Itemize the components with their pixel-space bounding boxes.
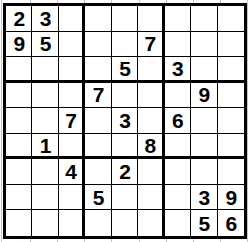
cell-r3c6[interactable] bbox=[138, 57, 164, 83]
sudoku-board: 239575379736184253956 bbox=[3, 3, 247, 239]
cell-r7c5[interactable]: 2 bbox=[112, 159, 138, 185]
cell-r4c1[interactable] bbox=[6, 83, 32, 109]
cell-r2c8[interactable] bbox=[191, 32, 217, 58]
cell-r7c3[interactable]: 4 bbox=[59, 159, 85, 185]
cell-r8c1[interactable] bbox=[6, 185, 32, 211]
cell-r1c7[interactable] bbox=[165, 6, 191, 32]
cell-r4c9[interactable] bbox=[218, 83, 244, 109]
cell-r7c2[interactable] bbox=[32, 159, 58, 185]
cell-r6c2[interactable]: 1 bbox=[32, 134, 58, 160]
cell-r6c1[interactable] bbox=[6, 134, 32, 160]
cell-r6c6[interactable]: 8 bbox=[138, 134, 164, 160]
cell-r8c8[interactable]: 3 bbox=[191, 185, 217, 211]
cell-r9c1[interactable] bbox=[6, 210, 32, 236]
sudoku-screenshot: 239575379736184253956 bbox=[0, 0, 250, 242]
cell-r8c2[interactable] bbox=[32, 185, 58, 211]
cell-r6c3[interactable] bbox=[59, 134, 85, 160]
cell-r2c7[interactable] bbox=[165, 32, 191, 58]
cell-r2c2[interactable]: 5 bbox=[32, 32, 58, 58]
cell-r3c5[interactable]: 5 bbox=[112, 57, 138, 83]
cell-r9c2[interactable] bbox=[32, 210, 58, 236]
cell-r4c5[interactable] bbox=[112, 83, 138, 109]
cell-r3c4[interactable] bbox=[85, 57, 111, 83]
cell-r3c3[interactable] bbox=[59, 57, 85, 83]
cell-r9c6[interactable] bbox=[138, 210, 164, 236]
cell-r7c6[interactable] bbox=[138, 159, 164, 185]
cell-r4c4[interactable]: 7 bbox=[85, 83, 111, 109]
cell-r3c2[interactable] bbox=[32, 57, 58, 83]
cell-r9c3[interactable] bbox=[59, 210, 85, 236]
cell-r5c5[interactable]: 3 bbox=[112, 108, 138, 134]
cell-r7c4[interactable] bbox=[85, 159, 111, 185]
cell-r2c6[interactable]: 7 bbox=[138, 32, 164, 58]
cell-r5c2[interactable] bbox=[32, 108, 58, 134]
cell-r1c2[interactable]: 3 bbox=[32, 6, 58, 32]
cell-r1c4[interactable] bbox=[85, 6, 111, 32]
spreadsheet-gridline-left bbox=[1, 0, 2, 242]
cell-r9c9[interactable]: 6 bbox=[218, 210, 244, 236]
cell-r1c5[interactable] bbox=[112, 6, 138, 32]
cell-r4c8[interactable]: 9 bbox=[191, 83, 217, 109]
cell-r2c5[interactable] bbox=[112, 32, 138, 58]
cell-r3c7[interactable]: 3 bbox=[165, 57, 191, 83]
cell-r5c6[interactable] bbox=[138, 108, 164, 134]
cell-r3c9[interactable] bbox=[218, 57, 244, 83]
cell-r9c8[interactable]: 5 bbox=[191, 210, 217, 236]
cell-r1c1[interactable]: 2 bbox=[6, 6, 32, 32]
cell-r6c9[interactable] bbox=[218, 134, 244, 160]
cell-r8c7[interactable] bbox=[165, 185, 191, 211]
cell-r2c1[interactable]: 9 bbox=[6, 32, 32, 58]
cell-r5c4[interactable] bbox=[85, 108, 111, 134]
cell-r7c8[interactable] bbox=[191, 159, 217, 185]
cell-r5c8[interactable] bbox=[191, 108, 217, 134]
cell-r4c7[interactable] bbox=[165, 83, 191, 109]
cell-r8c9[interactable]: 9 bbox=[218, 185, 244, 211]
cell-r1c8[interactable] bbox=[191, 6, 217, 32]
cell-r9c5[interactable] bbox=[112, 210, 138, 236]
cell-r6c8[interactable] bbox=[191, 134, 217, 160]
cell-r8c5[interactable] bbox=[112, 185, 138, 211]
cell-r8c6[interactable] bbox=[138, 185, 164, 211]
cell-r1c6[interactable] bbox=[138, 6, 164, 32]
cell-r2c4[interactable] bbox=[85, 32, 111, 58]
spreadsheet-gridline-right bbox=[247, 0, 248, 242]
cell-r4c2[interactable] bbox=[32, 83, 58, 109]
cell-r2c9[interactable] bbox=[218, 32, 244, 58]
cell-r5c1[interactable] bbox=[6, 108, 32, 134]
cell-r8c3[interactable] bbox=[59, 185, 85, 211]
cell-r9c7[interactable] bbox=[165, 210, 191, 236]
cell-r3c8[interactable] bbox=[191, 57, 217, 83]
cell-r8c4[interactable]: 5 bbox=[85, 185, 111, 211]
cell-r5c3[interactable]: 7 bbox=[59, 108, 85, 134]
cell-r1c3[interactable] bbox=[59, 6, 85, 32]
cell-r6c7[interactable] bbox=[165, 134, 191, 160]
cell-r6c4[interactable] bbox=[85, 134, 111, 160]
cell-r4c6[interactable] bbox=[138, 83, 164, 109]
cell-r7c1[interactable] bbox=[6, 159, 32, 185]
cell-r2c3[interactable] bbox=[59, 32, 85, 58]
cell-r5c9[interactable] bbox=[218, 108, 244, 134]
cell-r4c3[interactable] bbox=[59, 83, 85, 109]
cell-r3c1[interactable] bbox=[6, 57, 32, 83]
cell-r1c9[interactable] bbox=[218, 6, 244, 32]
cell-r5c7[interactable]: 6 bbox=[165, 108, 191, 134]
cell-r9c4[interactable] bbox=[85, 210, 111, 236]
cell-r7c9[interactable] bbox=[218, 159, 244, 185]
cell-r7c7[interactable] bbox=[165, 159, 191, 185]
cell-r6c5[interactable] bbox=[112, 134, 138, 160]
